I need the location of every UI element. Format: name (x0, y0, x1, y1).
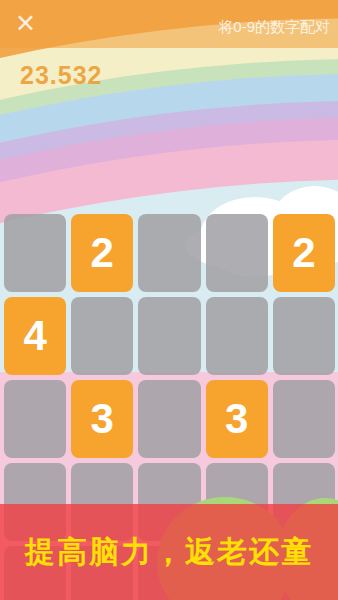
card-blank[interactable] (138, 380, 200, 458)
card-blank[interactable] (206, 297, 268, 375)
card-number-2[interactable]: 2 (71, 214, 133, 292)
page-title: 将0-9的数字配对 (218, 18, 330, 37)
card-blank[interactable] (273, 297, 335, 375)
score-value: 23.532 (20, 61, 102, 90)
card-number-3[interactable]: 3 (206, 380, 268, 458)
card-blank[interactable] (138, 214, 200, 292)
card-blank[interactable] (4, 214, 66, 292)
card-digit: 2 (91, 232, 114, 274)
card-digit: 3 (225, 398, 248, 440)
card-number-2[interactable]: 2 (273, 214, 335, 292)
card-number-3[interactable]: 3 (71, 380, 133, 458)
card-blank[interactable] (206, 214, 268, 292)
card-blank[interactable] (138, 297, 200, 375)
card-blank[interactable] (273, 380, 335, 458)
card-blank[interactable] (71, 297, 133, 375)
ad-banner-text: 提高脑力，返老还童 (25, 532, 313, 573)
close-icon[interactable]: ✕ (15, 11, 36, 36)
card-digit: 2 (292, 232, 315, 274)
card-digit: 4 (23, 315, 46, 357)
ad-banner[interactable]: 提高脑力，返老还童 (0, 504, 338, 600)
card-blank[interactable] (4, 380, 66, 458)
game-screen: ✕ 将0-9的数字配对 23.532 22433 提高脑力，返老还童 (0, 0, 338, 600)
card-digit: 3 (91, 398, 114, 440)
card-number-4[interactable]: 4 (4, 297, 66, 375)
